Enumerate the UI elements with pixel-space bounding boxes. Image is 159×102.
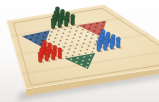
hole[interactable]	[64, 29, 66, 31]
hole[interactable]	[77, 26, 79, 28]
hole[interactable]	[59, 40, 61, 42]
hole[interactable]	[82, 43, 84, 45]
hole[interactable]	[101, 25, 103, 27]
hole[interactable]	[83, 25, 85, 27]
hole[interactable]	[71, 41, 73, 43]
hole[interactable]	[81, 46, 83, 48]
hole[interactable]	[93, 30, 95, 32]
hole[interactable]	[92, 34, 94, 36]
hole[interactable]	[87, 31, 89, 33]
hole[interactable]	[56, 34, 58, 36]
hole[interactable]	[51, 31, 53, 33]
hole[interactable]	[62, 32, 64, 34]
hole[interactable]	[85, 66, 87, 68]
hole[interactable]	[75, 30, 77, 32]
hole[interactable]	[66, 39, 68, 41]
chinese-checkers-photo	[0, 0, 159, 102]
hole[interactable]	[84, 39, 86, 41]
hole[interactable]	[88, 28, 90, 30]
hole[interactable]	[93, 48, 95, 50]
hole[interactable]	[80, 64, 82, 66]
hole[interactable]	[79, 36, 81, 38]
hole[interactable]	[75, 47, 77, 49]
hole[interactable]	[73, 51, 75, 53]
hole[interactable]	[69, 31, 71, 33]
hole[interactable]	[58, 44, 60, 46]
hole[interactable]	[95, 26, 97, 28]
hole[interactable]	[64, 42, 66, 44]
hole[interactable]	[31, 35, 33, 37]
chinese-checkers-board-wrap	[0, 0, 159, 102]
hole[interactable]	[82, 29, 84, 31]
hole[interactable]	[76, 44, 78, 46]
hole[interactable]	[54, 37, 56, 39]
hole[interactable]	[38, 34, 40, 36]
hole[interactable]	[96, 23, 98, 25]
hole[interactable]	[85, 35, 87, 37]
hole[interactable]	[53, 41, 55, 43]
hole[interactable]	[91, 51, 93, 53]
hole[interactable]	[88, 45, 90, 47]
hole[interactable]	[78, 54, 80, 56]
hole[interactable]	[80, 33, 82, 35]
hole[interactable]	[30, 38, 32, 40]
hole[interactable]	[25, 36, 27, 38]
hole[interactable]	[103, 22, 105, 24]
hole[interactable]	[83, 56, 85, 58]
hole[interactable]	[61, 36, 63, 38]
hole[interactable]	[94, 44, 96, 46]
hole[interactable]	[88, 59, 90, 61]
hole[interactable]	[70, 59, 72, 61]
hole[interactable]	[90, 55, 92, 57]
hole[interactable]	[90, 24, 92, 26]
hole[interactable]	[44, 32, 46, 34]
hole[interactable]	[68, 49, 70, 51]
hole[interactable]	[75, 61, 77, 63]
hole[interactable]	[70, 28, 72, 30]
hole[interactable]	[48, 39, 50, 41]
hole[interactable]	[35, 41, 37, 43]
hole[interactable]	[63, 46, 65, 48]
hole[interactable]	[77, 57, 79, 59]
hole[interactable]	[82, 60, 84, 62]
photo-scene	[0, 0, 159, 102]
hole[interactable]	[49, 35, 51, 37]
hole[interactable]	[36, 37, 38, 39]
hole[interactable]	[57, 30, 59, 32]
hole[interactable]	[77, 40, 79, 42]
hole[interactable]	[89, 41, 91, 43]
hole[interactable]	[43, 36, 45, 38]
hole[interactable]	[69, 45, 71, 47]
hole[interactable]	[67, 52, 69, 54]
hole[interactable]	[74, 34, 76, 36]
hole[interactable]	[86, 49, 88, 51]
hole[interactable]	[80, 50, 82, 52]
hole[interactable]	[72, 37, 74, 39]
hole[interactable]	[90, 38, 92, 40]
hole[interactable]	[72, 55, 74, 57]
hole[interactable]	[87, 62, 89, 64]
hole[interactable]	[67, 35, 69, 37]
hole[interactable]	[65, 56, 67, 58]
hole[interactable]	[85, 52, 87, 54]
